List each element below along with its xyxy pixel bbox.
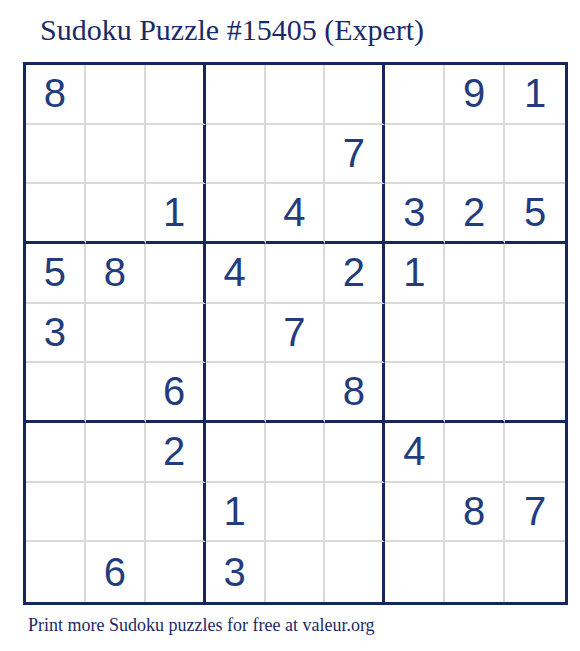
sudoku-cell-r8c6[interactable] xyxy=(325,483,385,543)
sudoku-cell-r2c5[interactable] xyxy=(266,125,326,185)
sudoku-cell-r3c3[interactable]: 1 xyxy=(146,184,206,244)
sudoku-cell-r8c1[interactable] xyxy=(26,483,86,543)
sudoku-cell-r9c6[interactable] xyxy=(325,542,385,602)
sudoku-cell-r7c6[interactable] xyxy=(325,423,385,483)
sudoku-cell-r2c3[interactable] xyxy=(146,125,206,185)
sudoku-cell-r4c9[interactable] xyxy=(505,244,565,304)
sudoku-cell-r3c2[interactable] xyxy=(86,184,146,244)
sudoku-cell-r6c1[interactable] xyxy=(26,363,86,423)
sudoku-cell-r5c7[interactable] xyxy=(385,304,445,364)
sudoku-cell-r5c2[interactable] xyxy=(86,304,146,364)
footer-text: Print more Sudoku puzzles for free at va… xyxy=(28,615,375,636)
sudoku-cell-r1c4[interactable] xyxy=(206,65,266,125)
sudoku-cell-r7c2[interactable] xyxy=(86,423,146,483)
sudoku-cell-r1c6[interactable] xyxy=(325,65,385,125)
sudoku-cell-r4c5[interactable] xyxy=(266,244,326,304)
sudoku-cell-r3c8[interactable]: 2 xyxy=(445,184,505,244)
sudoku-cell-r6c2[interactable] xyxy=(86,363,146,423)
sudoku-cell-r5c3[interactable] xyxy=(146,304,206,364)
sudoku-cell-r1c7[interactable] xyxy=(385,65,445,125)
sudoku-cell-r7c3[interactable]: 2 xyxy=(146,423,206,483)
sudoku-cell-r5c8[interactable] xyxy=(445,304,505,364)
sudoku-cell-r9c1[interactable] xyxy=(26,542,86,602)
sudoku-cell-r3c7[interactable]: 3 xyxy=(385,184,445,244)
sudoku-cell-r9c2[interactable]: 6 xyxy=(86,542,146,602)
sudoku-cell-r5c5[interactable]: 7 xyxy=(266,304,326,364)
sudoku-board: 8917143255842137682418763 xyxy=(23,62,568,605)
sudoku-cell-r3c4[interactable] xyxy=(206,184,266,244)
sudoku-cell-r5c9[interactable] xyxy=(505,304,565,364)
sudoku-cell-r6c4[interactable] xyxy=(206,363,266,423)
sudoku-cell-r9c4[interactable]: 3 xyxy=(206,542,266,602)
sudoku-cell-r6c7[interactable] xyxy=(385,363,445,423)
sudoku-cell-r3c9[interactable]: 5 xyxy=(505,184,565,244)
sudoku-cell-r9c8[interactable] xyxy=(445,542,505,602)
sudoku-cell-r4c7[interactable]: 1 xyxy=(385,244,445,304)
sudoku-cell-r2c6[interactable]: 7 xyxy=(325,125,385,185)
sudoku-cell-r7c4[interactable] xyxy=(206,423,266,483)
sudoku-cell-r3c5[interactable]: 4 xyxy=(266,184,326,244)
sudoku-cell-r3c6[interactable] xyxy=(325,184,385,244)
sudoku-cell-r1c2[interactable] xyxy=(86,65,146,125)
sudoku-cell-r7c9[interactable] xyxy=(505,423,565,483)
sudoku-cell-r3c1[interactable] xyxy=(26,184,86,244)
sudoku-cell-r1c5[interactable] xyxy=(266,65,326,125)
sudoku-cell-r4c2[interactable]: 8 xyxy=(86,244,146,304)
sudoku-cell-r8c9[interactable]: 7 xyxy=(505,483,565,543)
sudoku-cell-r2c9[interactable] xyxy=(505,125,565,185)
sudoku-cell-r8c4[interactable]: 1 xyxy=(206,483,266,543)
sudoku-cell-r2c4[interactable] xyxy=(206,125,266,185)
sudoku-cell-r4c3[interactable] xyxy=(146,244,206,304)
sudoku-cell-r4c8[interactable] xyxy=(445,244,505,304)
sudoku-cell-r4c1[interactable]: 5 xyxy=(26,244,86,304)
sudoku-cell-r9c5[interactable] xyxy=(266,542,326,602)
page-title: Sudoku Puzzle #15405 (Expert) xyxy=(40,13,424,47)
sudoku-cell-r8c5[interactable] xyxy=(266,483,326,543)
sudoku-cell-r6c6[interactable]: 8 xyxy=(325,363,385,423)
sudoku-cell-r9c7[interactable] xyxy=(385,542,445,602)
sudoku-cell-r9c3[interactable] xyxy=(146,542,206,602)
sudoku-cell-r7c7[interactable]: 4 xyxy=(385,423,445,483)
sudoku-cell-r1c8[interactable]: 9 xyxy=(445,65,505,125)
sudoku-cell-r9c9[interactable] xyxy=(505,542,565,602)
sudoku-cell-r5c4[interactable] xyxy=(206,304,266,364)
sudoku-cell-r1c1[interactable]: 8 xyxy=(26,65,86,125)
sudoku-cell-r8c8[interactable]: 8 xyxy=(445,483,505,543)
sudoku-cell-r6c5[interactable] xyxy=(266,363,326,423)
sudoku-cell-r6c9[interactable] xyxy=(505,363,565,423)
sudoku-cell-r6c3[interactable]: 6 xyxy=(146,363,206,423)
sudoku-cell-r1c9[interactable]: 1 xyxy=(505,65,565,125)
sudoku-cell-r5c1[interactable]: 3 xyxy=(26,304,86,364)
sudoku-cell-r4c6[interactable]: 2 xyxy=(325,244,385,304)
sudoku-cell-r7c1[interactable] xyxy=(26,423,86,483)
sudoku-cell-r2c8[interactable] xyxy=(445,125,505,185)
sudoku-cell-r2c1[interactable] xyxy=(26,125,86,185)
sudoku-cell-r8c3[interactable] xyxy=(146,483,206,543)
sudoku-cell-r1c3[interactable] xyxy=(146,65,206,125)
sudoku-cell-r2c7[interactable] xyxy=(385,125,445,185)
sudoku-cell-r8c7[interactable] xyxy=(385,483,445,543)
sudoku-cell-r7c5[interactable] xyxy=(266,423,326,483)
sudoku-cell-r8c2[interactable] xyxy=(86,483,146,543)
sudoku-cell-r4c4[interactable]: 4 xyxy=(206,244,266,304)
sudoku-cell-r5c6[interactable] xyxy=(325,304,385,364)
sudoku-cell-r6c8[interactable] xyxy=(445,363,505,423)
sudoku-cell-r2c2[interactable] xyxy=(86,125,146,185)
sudoku-cell-r7c8[interactable] xyxy=(445,423,505,483)
